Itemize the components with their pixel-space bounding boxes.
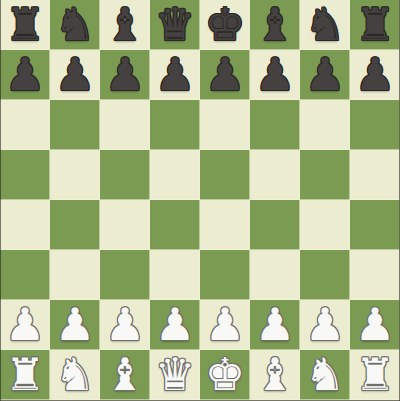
- piece-white-bishop[interactable]: ♝: [255, 352, 295, 397]
- square-h5[interactable]: [350, 150, 400, 200]
- square-f3[interactable]: [250, 250, 300, 300]
- square-d1[interactable]: ♛: [150, 350, 200, 400]
- square-f1[interactable]: ♝: [250, 350, 300, 400]
- piece-black-bishop[interactable]: ♝: [255, 2, 295, 47]
- square-e7[interactable]: ♟: [200, 50, 250, 100]
- piece-white-pawn[interactable]: ♟: [355, 302, 395, 347]
- square-f8[interactable]: ♝: [250, 0, 300, 50]
- square-c2[interactable]: ♟: [100, 300, 150, 350]
- square-b2[interactable]: ♟: [50, 300, 100, 350]
- square-d8[interactable]: ♛: [150, 0, 200, 50]
- piece-white-pawn[interactable]: ♟: [155, 302, 195, 347]
- piece-white-bishop[interactable]: ♝: [105, 352, 145, 397]
- square-d7[interactable]: ♟: [150, 50, 200, 100]
- square-a5[interactable]: [0, 150, 50, 200]
- square-d5[interactable]: [150, 150, 200, 200]
- square-g2[interactable]: ♟: [300, 300, 350, 350]
- square-f6[interactable]: [250, 100, 300, 150]
- square-a4[interactable]: [0, 200, 50, 250]
- square-d4[interactable]: [150, 200, 200, 250]
- square-b4[interactable]: [50, 200, 100, 250]
- square-b8[interactable]: ♞: [50, 0, 100, 50]
- square-a1[interactable]: ♜: [0, 350, 50, 400]
- square-f4[interactable]: [250, 200, 300, 250]
- square-c4[interactable]: [100, 200, 150, 250]
- square-e3[interactable]: [200, 250, 250, 300]
- piece-black-knight[interactable]: ♞: [305, 2, 345, 47]
- piece-black-bishop[interactable]: ♝: [105, 2, 145, 47]
- chess-board: ♜♞♝♛♚♝♞♜♟♟♟♟♟♟♟♟♟♟♟♟♟♟♟♟♜♞♝♛♚♝♞♜: [0, 0, 400, 401]
- piece-white-pawn[interactable]: ♟: [205, 302, 245, 347]
- square-a7[interactable]: ♟: [0, 50, 50, 100]
- square-f7[interactable]: ♟: [250, 50, 300, 100]
- square-c1[interactable]: ♝: [100, 350, 150, 400]
- square-b7[interactable]: ♟: [50, 50, 100, 100]
- piece-white-king[interactable]: ♚: [205, 352, 245, 397]
- square-g3[interactable]: [300, 250, 350, 300]
- piece-white-rook[interactable]: ♜: [5, 352, 45, 397]
- square-e4[interactable]: [200, 200, 250, 250]
- piece-white-rook[interactable]: ♜: [355, 352, 395, 397]
- piece-white-pawn[interactable]: ♟: [105, 302, 145, 347]
- square-g7[interactable]: ♟: [300, 50, 350, 100]
- piece-white-pawn[interactable]: ♟: [255, 302, 295, 347]
- piece-white-pawn[interactable]: ♟: [55, 302, 95, 347]
- piece-black-pawn[interactable]: ♟: [105, 52, 145, 97]
- square-e1[interactable]: ♚: [200, 350, 250, 400]
- square-g4[interactable]: [300, 200, 350, 250]
- square-b6[interactable]: [50, 100, 100, 150]
- piece-black-pawn[interactable]: ♟: [55, 52, 95, 97]
- square-e8[interactable]: ♚: [200, 0, 250, 50]
- piece-black-pawn[interactable]: ♟: [205, 52, 245, 97]
- piece-black-pawn[interactable]: ♟: [5, 52, 45, 97]
- square-h4[interactable]: [350, 200, 400, 250]
- square-e2[interactable]: ♟: [200, 300, 250, 350]
- square-c7[interactable]: ♟: [100, 50, 150, 100]
- square-g5[interactable]: [300, 150, 350, 200]
- square-a8[interactable]: ♜: [0, 0, 50, 50]
- square-h1[interactable]: ♜: [350, 350, 400, 400]
- square-b3[interactable]: [50, 250, 100, 300]
- piece-white-queen[interactable]: ♛: [155, 352, 195, 397]
- square-g6[interactable]: [300, 100, 350, 150]
- square-d3[interactable]: [150, 250, 200, 300]
- board-squares: ♜♞♝♛♚♝♞♜♟♟♟♟♟♟♟♟♟♟♟♟♟♟♟♟♜♞♝♛♚♝♞♜: [0, 0, 400, 400]
- square-b5[interactable]: [50, 150, 100, 200]
- piece-white-pawn[interactable]: ♟: [5, 302, 45, 347]
- square-h6[interactable]: [350, 100, 400, 150]
- square-f5[interactable]: [250, 150, 300, 200]
- square-c6[interactable]: [100, 100, 150, 150]
- piece-black-rook[interactable]: ♜: [355, 2, 395, 47]
- piece-black-king[interactable]: ♚: [205, 2, 245, 47]
- square-b1[interactable]: ♞: [50, 350, 100, 400]
- piece-black-pawn[interactable]: ♟: [155, 52, 195, 97]
- square-g1[interactable]: ♞: [300, 350, 350, 400]
- piece-white-knight[interactable]: ♞: [305, 352, 345, 397]
- piece-black-rook[interactable]: ♜: [5, 2, 45, 47]
- square-h7[interactable]: ♟: [350, 50, 400, 100]
- square-e6[interactable]: [200, 100, 250, 150]
- square-d6[interactable]: [150, 100, 200, 150]
- square-c5[interactable]: [100, 150, 150, 200]
- square-f2[interactable]: ♟: [250, 300, 300, 350]
- square-h3[interactable]: [350, 250, 400, 300]
- piece-black-queen[interactable]: ♛: [155, 2, 195, 47]
- piece-black-pawn[interactable]: ♟: [305, 52, 345, 97]
- square-e5[interactable]: [200, 150, 250, 200]
- piece-white-knight[interactable]: ♞: [55, 352, 95, 397]
- piece-black-knight[interactable]: ♞: [55, 2, 95, 47]
- square-h2[interactable]: ♟: [350, 300, 400, 350]
- square-c8[interactable]: ♝: [100, 0, 150, 50]
- square-a6[interactable]: [0, 100, 50, 150]
- piece-black-pawn[interactable]: ♟: [255, 52, 295, 97]
- piece-white-pawn[interactable]: ♟: [305, 302, 345, 347]
- square-c3[interactable]: [100, 250, 150, 300]
- piece-black-pawn[interactable]: ♟: [355, 52, 395, 97]
- square-h8[interactable]: ♜: [350, 0, 400, 50]
- square-a3[interactable]: [0, 250, 50, 300]
- square-d2[interactable]: ♟: [150, 300, 200, 350]
- square-a2[interactable]: ♟: [0, 300, 50, 350]
- square-g8[interactable]: ♞: [300, 0, 350, 50]
